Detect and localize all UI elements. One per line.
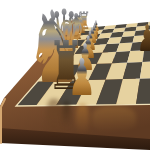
square-f5 — [122, 31, 136, 37]
square-d6 — [130, 42, 145, 51]
chessboard — [0, 0, 150, 150]
square-e6 — [133, 35, 147, 43]
square-f6 — [134, 30, 147, 36]
chess-set-photo: ♜♟♞♟♟♝♟♟♚♟♟♛♟♝♞♜♟ — [0, 0, 150, 150]
